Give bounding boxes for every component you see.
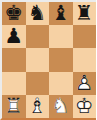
piece-white-bishop[interactable]: ♝♗ bbox=[26, 95, 50, 118]
piece-black-pawn[interactable]: ♟ bbox=[2, 25, 26, 48]
square-r0c3[interactable]: ♜ bbox=[73, 2, 97, 25]
square-r1c0[interactable]: ♟ bbox=[2, 25, 26, 48]
piece-black-knight[interactable]: ♞ bbox=[26, 2, 50, 25]
square-r2c2[interactable] bbox=[49, 48, 73, 71]
piece-white-rook[interactable]: ♜♖ bbox=[2, 95, 26, 118]
square-r0c2[interactable]: ♝ bbox=[49, 2, 73, 25]
square-r0c1[interactable]: ♞ bbox=[26, 2, 50, 25]
piece-outline-layer: ♘ bbox=[49, 95, 73, 118]
piece-outline-layer: ♙ bbox=[73, 72, 97, 95]
piece-white-pawn[interactable]: ♟♙ bbox=[73, 72, 97, 95]
square-r0c0[interactable]: ♚ bbox=[2, 2, 26, 25]
square-r3c0[interactable] bbox=[2, 72, 26, 95]
piece-black-bishop[interactable]: ♝ bbox=[49, 2, 73, 25]
piece-black-rook[interactable]: ♜ bbox=[73, 2, 97, 25]
piece-outline-layer: ♗ bbox=[26, 95, 50, 118]
square-r1c1[interactable] bbox=[26, 25, 50, 48]
piece-outline-layer: ♔ bbox=[73, 95, 97, 118]
square-r1c2[interactable] bbox=[49, 25, 73, 48]
square-r4c0[interactable]: ♜♖ bbox=[2, 95, 26, 118]
chess-board: ♚♞♝♜♟♟♙♜♖♝♗♞♘♚♔ bbox=[2, 2, 96, 118]
square-r4c3[interactable]: ♚♔ bbox=[73, 95, 97, 118]
chess-board-frame: ♚♞♝♜♟♟♙♜♖♝♗♞♘♚♔ bbox=[0, 0, 96, 120]
square-r3c1[interactable] bbox=[26, 72, 50, 95]
square-r4c2[interactable]: ♞♘ bbox=[49, 95, 73, 118]
piece-black-king[interactable]: ♚ bbox=[2, 2, 26, 25]
square-r4c1[interactable]: ♝♗ bbox=[26, 95, 50, 118]
piece-outline-layer: ♖ bbox=[2, 95, 26, 118]
square-r2c3[interactable] bbox=[73, 48, 97, 71]
piece-white-knight[interactable]: ♞♘ bbox=[49, 95, 73, 118]
square-r2c0[interactable] bbox=[2, 48, 26, 71]
square-r3c3[interactable]: ♟♙ bbox=[73, 72, 97, 95]
square-r3c2[interactable] bbox=[49, 72, 73, 95]
square-r1c3[interactable] bbox=[73, 25, 97, 48]
square-r2c1[interactable] bbox=[26, 48, 50, 71]
piece-white-king[interactable]: ♚♔ bbox=[73, 95, 97, 118]
